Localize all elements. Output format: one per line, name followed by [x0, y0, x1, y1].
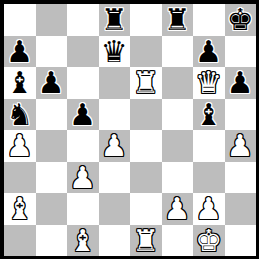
square-f7[interactable]	[162, 36, 194, 68]
square-e3[interactable]	[130, 162, 162, 194]
square-c1[interactable]: ♝	[67, 225, 99, 257]
square-d1[interactable]	[99, 225, 131, 257]
square-f1[interactable]	[162, 225, 194, 257]
piece-black-king: ♚	[227, 4, 254, 36]
piece-white-pawn: ♟	[164, 193, 191, 225]
square-h6[interactable]: ♟	[225, 67, 257, 99]
square-c4[interactable]	[67, 130, 99, 162]
square-g4[interactable]	[193, 130, 225, 162]
square-d7[interactable]: ♛	[99, 36, 131, 68]
square-b2[interactable]	[36, 193, 68, 225]
square-c2[interactable]	[67, 193, 99, 225]
square-h5[interactable]	[225, 99, 257, 131]
square-b7[interactable]	[36, 36, 68, 68]
square-c8[interactable]	[67, 4, 99, 36]
square-g7[interactable]: ♟	[193, 36, 225, 68]
piece-black-pawn: ♟	[227, 67, 254, 99]
piece-black-pawn: ♟	[195, 36, 222, 68]
square-g1[interactable]: ♚	[193, 225, 225, 257]
piece-white-bishop: ♝	[69, 225, 96, 257]
square-h2[interactable]	[225, 193, 257, 225]
square-g6[interactable]: ♛	[193, 67, 225, 99]
square-b4[interactable]	[36, 130, 68, 162]
square-f5[interactable]	[162, 99, 194, 131]
piece-black-rook: ♜	[101, 4, 128, 36]
piece-white-pawn: ♟	[227, 130, 254, 162]
square-d5[interactable]	[99, 99, 131, 131]
square-e6[interactable]: ♜	[130, 67, 162, 99]
square-a1[interactable]	[4, 225, 36, 257]
square-e4[interactable]	[130, 130, 162, 162]
square-g5[interactable]: ♝	[193, 99, 225, 131]
square-b8[interactable]	[36, 4, 68, 36]
square-h3[interactable]	[225, 162, 257, 194]
square-h1[interactable]	[225, 225, 257, 257]
piece-white-pawn: ♟	[69, 162, 96, 194]
square-b1[interactable]	[36, 225, 68, 257]
square-e1[interactable]: ♜	[130, 225, 162, 257]
square-f2[interactable]: ♟	[162, 193, 194, 225]
square-g2[interactable]: ♟	[193, 193, 225, 225]
square-b6[interactable]: ♟	[36, 67, 68, 99]
piece-black-bishop: ♝	[195, 99, 222, 131]
square-g8[interactable]	[193, 4, 225, 36]
square-d2[interactable]	[99, 193, 131, 225]
square-a6[interactable]: ♝	[4, 67, 36, 99]
square-d8[interactable]: ♜	[99, 4, 131, 36]
square-d6[interactable]	[99, 67, 131, 99]
square-h8[interactable]: ♚	[225, 4, 257, 36]
square-a2[interactable]: ♝	[4, 193, 36, 225]
piece-black-pawn: ♟	[6, 36, 33, 68]
piece-black-pawn: ♟	[38, 67, 65, 99]
square-b5[interactable]	[36, 99, 68, 131]
square-g3[interactable]	[193, 162, 225, 194]
piece-white-pawn: ♟	[6, 130, 33, 162]
piece-white-bishop: ♝	[6, 193, 33, 225]
square-b3[interactable]	[36, 162, 68, 194]
board-frame: ♜♜♚♟♛♟♝♟♜♛♟♞♟♝♟♟♟♟♝♟♟♝♜♚	[0, 0, 259, 259]
square-d4[interactable]: ♟	[99, 130, 131, 162]
square-e8[interactable]	[130, 4, 162, 36]
square-e5[interactable]	[130, 99, 162, 131]
piece-white-rook: ♜	[132, 225, 159, 257]
piece-white-king: ♚	[195, 225, 222, 257]
square-a3[interactable]	[4, 162, 36, 194]
square-c7[interactable]	[67, 36, 99, 68]
square-e2[interactable]	[130, 193, 162, 225]
piece-black-pawn: ♟	[69, 99, 96, 131]
square-a8[interactable]	[4, 4, 36, 36]
square-d3[interactable]	[99, 162, 131, 194]
square-h7[interactable]	[225, 36, 257, 68]
piece-black-rook: ♜	[164, 4, 191, 36]
piece-black-knight: ♞	[6, 99, 33, 131]
square-f8[interactable]: ♜	[162, 4, 194, 36]
square-a4[interactable]: ♟	[4, 130, 36, 162]
square-c6[interactable]	[67, 67, 99, 99]
piece-white-pawn: ♟	[195, 193, 222, 225]
square-f4[interactable]	[162, 130, 194, 162]
square-c3[interactable]: ♟	[67, 162, 99, 194]
chess-board: ♜♜♚♟♛♟♝♟♜♛♟♞♟♝♟♟♟♟♝♟♟♝♜♚	[4, 4, 256, 256]
piece-white-rook: ♜	[132, 67, 159, 99]
square-a7[interactable]: ♟	[4, 36, 36, 68]
piece-black-bishop: ♝	[6, 67, 33, 99]
piece-black-queen: ♛	[101, 36, 128, 68]
square-h4[interactable]: ♟	[225, 130, 257, 162]
square-f3[interactable]	[162, 162, 194, 194]
square-f6[interactable]	[162, 67, 194, 99]
square-e7[interactable]	[130, 36, 162, 68]
piece-white-queen: ♛	[195, 67, 222, 99]
square-c5[interactable]: ♟	[67, 99, 99, 131]
piece-white-pawn: ♟	[101, 130, 128, 162]
square-a5[interactable]: ♞	[4, 99, 36, 131]
